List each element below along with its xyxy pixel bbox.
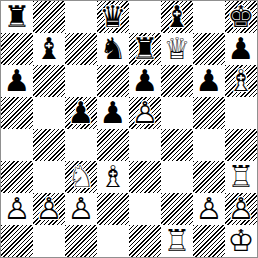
square-f7[interactable]: ♛♕ [161,33,193,65]
black-pawn-piece: ♟♟ [65,97,97,129]
piece-glyph: ♞ [97,33,129,65]
black-pawn-piece: ♟♟ [225,33,257,65]
square-g8[interactable] [193,1,225,33]
piece-glyph: ♟ [97,97,129,129]
piece-glyph: ♝ [33,33,65,65]
square-g7[interactable] [193,33,225,65]
white-rook-piece: ♜♖ [161,225,193,257]
square-d2[interactable] [97,193,129,225]
square-h8[interactable]: ♚♚ [225,1,257,33]
square-d3[interactable]: ♝♗ [97,161,129,193]
square-e1[interactable] [129,225,161,257]
square-d4[interactable] [97,129,129,161]
square-f4[interactable] [161,129,193,161]
square-e7[interactable]: ♜♜ [129,33,161,65]
white-knight-piece: ♞♘ [65,161,97,193]
square-g4[interactable] [193,129,225,161]
piece-glyph: ♔ [225,225,257,257]
square-h5[interactable] [225,97,257,129]
piece-glyph: ♟ [65,97,97,129]
square-e3[interactable] [129,161,161,193]
square-f6[interactable] [161,65,193,97]
square-f1[interactable]: ♜♖ [161,225,193,257]
piece-glyph: ♕ [161,33,193,65]
piece-glyph: ♟ [193,65,225,97]
square-b3[interactable] [33,161,65,193]
white-king-piece: ♚♔ [225,225,257,257]
white-queen-piece: ♛♕ [161,33,193,65]
black-bishop-piece: ♝♝ [161,1,193,33]
square-d7[interactable]: ♞♞ [97,33,129,65]
square-a1[interactable] [1,225,33,257]
square-c2[interactable]: ♟♙ [65,193,97,225]
black-rook-piece: ♜♜ [1,1,33,33]
square-c5[interactable]: ♟♟ [65,97,97,129]
square-f5[interactable] [161,97,193,129]
square-f8[interactable]: ♝♝ [161,1,193,33]
white-bishop-piece: ♝♗ [97,161,129,193]
square-g5[interactable] [193,97,225,129]
chess-board: ♜♜♛♛♝♝♚♚♝♝♞♞♜♜♛♕♟♟♟♟♟♟♟♟♝♗♟♟♟♟♟♙♞♘♝♗♜♖♟♙… [0,0,258,258]
piece-glyph: ♙ [193,193,225,225]
square-a8[interactable]: ♜♜ [1,1,33,33]
square-g3[interactable] [193,161,225,193]
square-h6[interactable]: ♝♗ [225,65,257,97]
white-pawn-piece: ♟♙ [225,193,257,225]
piece-glyph: ♟ [1,65,33,97]
square-a3[interactable] [1,161,33,193]
piece-glyph: ♙ [1,193,33,225]
square-h4[interactable] [225,129,257,161]
black-bishop-piece: ♝♝ [33,33,65,65]
square-d1[interactable] [97,225,129,257]
piece-glyph: ♟ [129,65,161,97]
black-pawn-piece: ♟♟ [129,65,161,97]
square-d8[interactable]: ♛♛ [97,1,129,33]
square-c8[interactable] [65,1,97,33]
square-c4[interactable] [65,129,97,161]
piece-glyph: ♜ [1,1,33,33]
square-b5[interactable] [33,97,65,129]
black-pawn-piece: ♟♟ [97,97,129,129]
piece-glyph: ♛ [97,1,129,33]
piece-glyph: ♘ [65,161,97,193]
square-b2[interactable]: ♟♙ [33,193,65,225]
square-g1[interactable] [193,225,225,257]
white-pawn-piece: ♟♙ [1,193,33,225]
white-rook-piece: ♜♖ [225,161,257,193]
square-a6[interactable]: ♟♟ [1,65,33,97]
square-c6[interactable] [65,65,97,97]
black-king-piece: ♚♚ [225,1,257,33]
white-pawn-piece: ♟♙ [193,193,225,225]
white-pawn-piece: ♟♙ [65,193,97,225]
square-g6[interactable]: ♟♟ [193,65,225,97]
square-g2[interactable]: ♟♙ [193,193,225,225]
piece-glyph: ♜ [129,33,161,65]
square-a5[interactable] [1,97,33,129]
piece-glyph: ♟ [225,33,257,65]
white-bishop-piece: ♝♗ [225,65,257,97]
piece-glyph: ♖ [225,161,257,193]
square-c3[interactable]: ♞♘ [65,161,97,193]
square-a4[interactable] [1,129,33,161]
square-e6[interactable]: ♟♟ [129,65,161,97]
square-h3[interactable]: ♜♖ [225,161,257,193]
square-a7[interactable] [1,33,33,65]
square-d5[interactable]: ♟♟ [97,97,129,129]
square-e2[interactable] [129,193,161,225]
piece-glyph: ♙ [225,193,257,225]
piece-glyph: ♝ [161,1,193,33]
black-knight-piece: ♞♞ [97,33,129,65]
piece-glyph: ♚ [225,1,257,33]
square-b7[interactable]: ♝♝ [33,33,65,65]
square-b1[interactable] [33,225,65,257]
piece-glyph: ♙ [129,97,161,129]
black-queen-piece: ♛♛ [97,1,129,33]
black-pawn-piece: ♟♟ [1,65,33,97]
square-h1[interactable]: ♚♔ [225,225,257,257]
square-d6[interactable] [97,65,129,97]
square-e5[interactable]: ♟♙ [129,97,161,129]
square-a2[interactable]: ♟♙ [1,193,33,225]
white-pawn-piece: ♟♙ [33,193,65,225]
piece-glyph: ♖ [161,225,193,257]
square-f3[interactable] [161,161,193,193]
piece-glyph: ♗ [97,161,129,193]
black-pawn-piece: ♟♟ [193,65,225,97]
piece-glyph: ♙ [33,193,65,225]
square-c7[interactable] [65,33,97,65]
piece-glyph: ♗ [225,65,257,97]
square-e8[interactable] [129,1,161,33]
piece-glyph: ♙ [65,193,97,225]
square-h7[interactable]: ♟♟ [225,33,257,65]
square-b4[interactable] [33,129,65,161]
square-b6[interactable] [33,65,65,97]
square-e4[interactable] [129,129,161,161]
square-f2[interactable] [161,193,193,225]
square-h2[interactable]: ♟♙ [225,193,257,225]
white-pawn-piece: ♟♙ [129,97,161,129]
black-rook-piece: ♜♜ [129,33,161,65]
square-b8[interactable] [33,1,65,33]
square-c1[interactable] [65,225,97,257]
